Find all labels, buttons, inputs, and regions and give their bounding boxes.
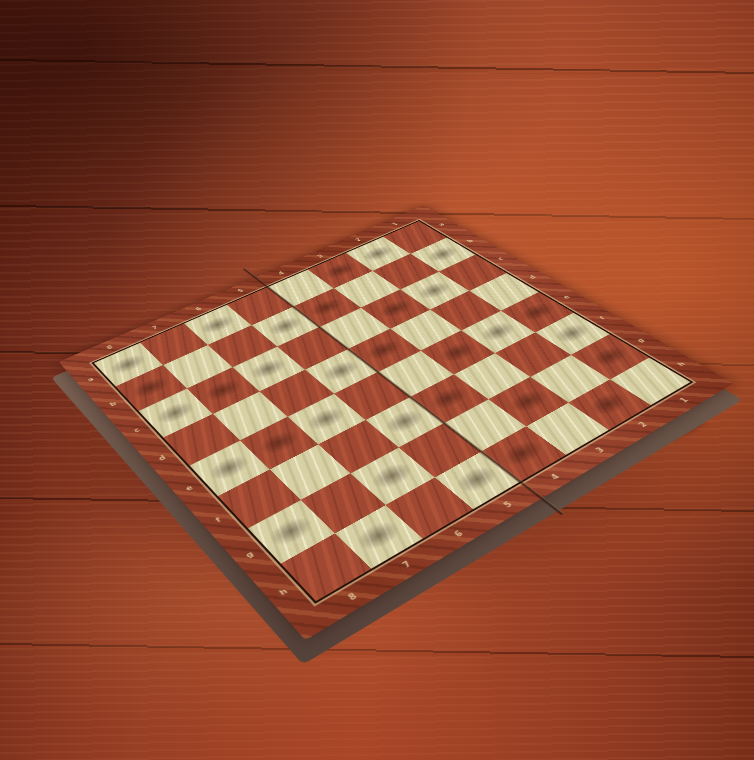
rank-label-3: 3 [316, 254, 324, 259]
rank-label-7: 7 [151, 325, 159, 330]
rank-label-8: 8 [346, 592, 358, 602]
file-label-b: b [108, 401, 117, 408]
rank-label-2: 2 [637, 421, 649, 428]
file-label-h: h [278, 587, 290, 597]
file-label-h: h [676, 361, 687, 367]
photo-of-chess-set: ♜♟♟♜♞♟♟♞♝♛♟♟♝♟♟♚♝♟♟♛♚♟♟♝♞♟♟♞♜♟♟♜ 8877665… [0, 0, 754, 760]
file-label-g: g [635, 337, 646, 343]
file-label-f: f [214, 516, 223, 523]
rank-label-5: 5 [236, 288, 244, 293]
rank-label-2: 2 [354, 238, 362, 242]
rank-label-6: 6 [194, 306, 202, 311]
rank-label-4: 4 [549, 473, 561, 481]
file-label-d: d [157, 454, 167, 461]
rank-label-6: 6 [453, 529, 465, 538]
rank-label-5: 5 [502, 500, 514, 508]
file-label-c: c [496, 256, 504, 261]
file-label-e: e [184, 484, 194, 492]
file-label-b: b [466, 239, 475, 244]
rank-label-4: 4 [277, 271, 285, 276]
file-label-c: c [132, 427, 141, 434]
file-label-g: g [244, 550, 255, 559]
rank-label-1: 1 [678, 397, 689, 404]
rank-label-3: 3 [594, 446, 606, 454]
rank-label-7: 7 [401, 560, 413, 569]
file-label-a: a [86, 376, 94, 382]
